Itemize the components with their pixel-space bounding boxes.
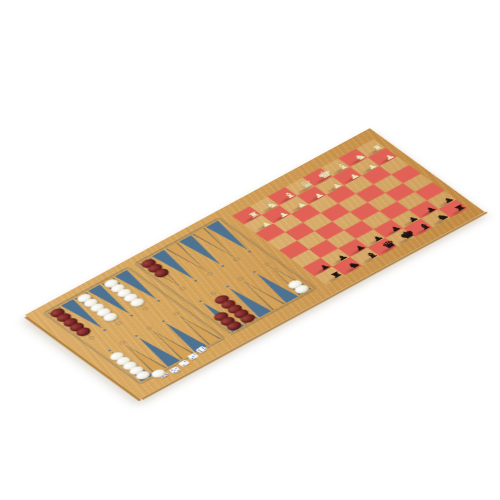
die-pip xyxy=(200,351,202,352)
combo-game-board: ♜♞♝♛♚♝♞♜♟♟♟♟♟♟♟♟♟♟♟♟♟♟♟♟♜♞♝♛♚♝♞♜ xyxy=(25,128,485,399)
point-tip-ring xyxy=(88,335,95,340)
point-tip-ring xyxy=(237,277,244,282)
point-tip-dot xyxy=(253,271,257,273)
point-tip-dot xyxy=(161,320,165,322)
point-tip-ring xyxy=(233,257,240,262)
point-tip-ring xyxy=(264,262,271,267)
point-tip-ring xyxy=(173,311,180,316)
die-pip xyxy=(183,361,185,362)
product-photo-scene: ♜♞♝♛♚♝♞♜♟♟♟♟♟♟♟♟♟♟♟♟♟♟♟♟♜♞♝♛♚♝♞♜ xyxy=(0,0,500,500)
point-tip-dot xyxy=(248,250,252,252)
point-tip-ring xyxy=(146,326,153,331)
die-pip xyxy=(204,349,206,350)
point-tip-dot xyxy=(199,300,203,302)
die-pip xyxy=(173,372,175,373)
point-tip-dot xyxy=(221,265,225,267)
point-tip-dot xyxy=(134,335,138,337)
point-tip-ring xyxy=(206,271,213,276)
point-tip-dot xyxy=(157,300,161,302)
point-tip-ring xyxy=(119,341,126,346)
point-tip-dot xyxy=(130,314,134,316)
point-tip-dot xyxy=(226,285,230,287)
point-tip-dot xyxy=(103,329,107,331)
point-tip-ring xyxy=(115,321,122,326)
die-pip xyxy=(191,358,193,359)
point-tip-ring xyxy=(142,306,149,311)
die-pip xyxy=(177,370,179,371)
point-tip-dot xyxy=(107,349,111,351)
point-tip-dot xyxy=(194,280,198,282)
point-tip-ring xyxy=(210,291,217,296)
point-tip-ring xyxy=(179,286,186,291)
die-pip xyxy=(182,365,184,366)
